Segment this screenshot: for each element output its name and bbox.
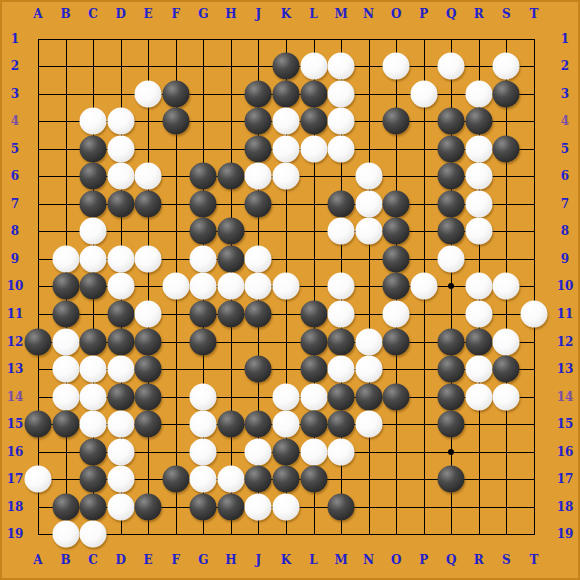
stone-white[interactable] bbox=[135, 245, 162, 272]
stone-white[interactable] bbox=[465, 383, 492, 410]
stone-black[interactable] bbox=[245, 190, 272, 217]
coord-label-top: P bbox=[419, 8, 428, 20]
coord-label-right: 2 bbox=[561, 60, 569, 72]
stone-black[interactable] bbox=[245, 466, 272, 493]
stone-black[interactable] bbox=[245, 80, 272, 107]
stone-black[interactable] bbox=[217, 163, 244, 190]
star-point bbox=[448, 449, 454, 455]
stone-white[interactable] bbox=[272, 163, 299, 190]
stone-black[interactable] bbox=[438, 411, 465, 438]
stone-white[interactable] bbox=[272, 493, 299, 520]
coord-label-left: 3 bbox=[11, 88, 19, 100]
stone-white[interactable] bbox=[80, 245, 107, 272]
coord-label-left: 8 bbox=[11, 225, 19, 237]
stone-white[interactable] bbox=[162, 273, 189, 300]
coord-label-right: 7 bbox=[561, 198, 569, 210]
stone-white[interactable] bbox=[52, 521, 79, 548]
coord-label-left: 12 bbox=[7, 336, 24, 348]
stone-white[interactable] bbox=[328, 356, 355, 383]
stone-black[interactable] bbox=[300, 328, 327, 355]
stone-white[interactable] bbox=[190, 273, 217, 300]
grid-line-horizontal bbox=[38, 534, 535, 535]
coord-label-right: 13 bbox=[557, 363, 574, 375]
coord-label-right: 12 bbox=[557, 336, 574, 348]
stone-white[interactable] bbox=[135, 80, 162, 107]
stone-black[interactable] bbox=[438, 218, 465, 245]
stone-white[interactable] bbox=[245, 438, 272, 465]
coord-label-top: K bbox=[281, 8, 291, 20]
stone-white[interactable] bbox=[328, 53, 355, 80]
stone-black[interactable] bbox=[107, 328, 134, 355]
coord-label-right: 17 bbox=[557, 473, 574, 485]
stone-white[interactable] bbox=[465, 190, 492, 217]
stone-black[interactable] bbox=[272, 438, 299, 465]
stone-white[interactable] bbox=[300, 53, 327, 80]
coord-label-top: C bbox=[88, 8, 98, 20]
coord-label-bottom: H bbox=[225, 554, 236, 566]
stone-white[interactable] bbox=[383, 53, 410, 80]
stone-black[interactable] bbox=[80, 190, 107, 217]
coord-label-top: F bbox=[171, 8, 180, 20]
coord-label-right: 4 bbox=[561, 115, 569, 127]
coord-label-left: 14 bbox=[7, 391, 24, 403]
stone-black[interactable] bbox=[383, 108, 410, 135]
coord-label-top: J bbox=[256, 8, 262, 20]
stone-black[interactable] bbox=[383, 190, 410, 217]
stone-white[interactable] bbox=[135, 301, 162, 328]
stone-black[interactable] bbox=[328, 411, 355, 438]
coord-label-right: 1 bbox=[561, 33, 569, 45]
coord-label-bottom: N bbox=[363, 554, 374, 566]
grid-line-vertical bbox=[369, 39, 370, 536]
stone-white[interactable] bbox=[520, 301, 547, 328]
coord-label-left: 15 bbox=[7, 418, 24, 430]
stone-white[interactable] bbox=[190, 383, 217, 410]
grid-line-vertical bbox=[534, 39, 535, 536]
coord-label-top: G bbox=[198, 8, 208, 20]
coord-label-left: 17 bbox=[7, 473, 24, 485]
stone-white[interactable] bbox=[107, 108, 134, 135]
stone-black[interactable] bbox=[245, 108, 272, 135]
stone-white[interactable] bbox=[107, 245, 134, 272]
stone-black[interactable] bbox=[162, 80, 189, 107]
stone-black[interactable] bbox=[438, 356, 465, 383]
stone-white[interactable] bbox=[107, 493, 134, 520]
stone-black[interactable] bbox=[107, 301, 134, 328]
coord-label-bottom: K bbox=[281, 554, 291, 566]
stone-white[interactable] bbox=[80, 383, 107, 410]
coord-label-top: L bbox=[309, 8, 317, 20]
stone-black[interactable] bbox=[245, 135, 272, 162]
coord-label-top: E bbox=[144, 8, 153, 20]
coord-label-right: 8 bbox=[561, 225, 569, 237]
stone-white[interactable] bbox=[355, 218, 382, 245]
coord-label-left: 4 bbox=[11, 115, 19, 127]
stone-black[interactable] bbox=[383, 218, 410, 245]
coord-label-bottom: L bbox=[309, 554, 317, 566]
stone-black[interactable] bbox=[300, 356, 327, 383]
coord-label-left: 6 bbox=[11, 170, 19, 182]
stone-black[interactable] bbox=[80, 466, 107, 493]
coord-label-bottom: J bbox=[256, 554, 262, 566]
coord-label-top: N bbox=[363, 8, 374, 20]
stone-black[interactable] bbox=[25, 411, 52, 438]
coord-label-bottom: B bbox=[60, 554, 70, 566]
stone-black[interactable] bbox=[438, 383, 465, 410]
coord-label-bottom: T bbox=[529, 554, 538, 566]
stone-white[interactable] bbox=[272, 108, 299, 135]
stone-white[interactable] bbox=[328, 218, 355, 245]
stone-white[interactable] bbox=[493, 328, 520, 355]
coord-label-left: 13 bbox=[7, 363, 24, 375]
stone-black[interactable] bbox=[465, 328, 492, 355]
stone-black[interactable] bbox=[217, 301, 244, 328]
coord-label-top: O bbox=[391, 8, 401, 20]
coord-label-right: 14 bbox=[557, 391, 574, 403]
stone-black[interactable] bbox=[190, 190, 217, 217]
stone-black[interactable] bbox=[52, 493, 79, 520]
stone-white[interactable] bbox=[300, 383, 327, 410]
stone-white[interactable] bbox=[52, 245, 79, 272]
stone-black[interactable] bbox=[272, 80, 299, 107]
stone-white[interactable] bbox=[328, 108, 355, 135]
coord-label-bottom: D bbox=[115, 554, 125, 566]
stone-black[interactable] bbox=[438, 163, 465, 190]
stone-white[interactable] bbox=[355, 411, 382, 438]
coord-label-top: B bbox=[60, 8, 70, 20]
stone-black[interactable] bbox=[493, 356, 520, 383]
coord-label-left: 19 bbox=[7, 528, 24, 540]
coord-label-top: D bbox=[115, 8, 125, 20]
coord-label-bottom: R bbox=[474, 554, 484, 566]
stone-white[interactable] bbox=[80, 218, 107, 245]
stone-white[interactable] bbox=[272, 273, 299, 300]
stone-white[interactable] bbox=[190, 411, 217, 438]
stone-white[interactable] bbox=[465, 218, 492, 245]
stone-black[interactable] bbox=[245, 301, 272, 328]
coord-label-top: S bbox=[502, 8, 511, 20]
stone-black[interactable] bbox=[52, 273, 79, 300]
stone-white[interactable] bbox=[107, 135, 134, 162]
stone-black[interactable] bbox=[383, 245, 410, 272]
coord-label-right: 15 bbox=[557, 418, 574, 430]
stone-white[interactable] bbox=[80, 411, 107, 438]
stone-white[interactable] bbox=[190, 466, 217, 493]
stone-black[interactable] bbox=[438, 466, 465, 493]
stone-white[interactable] bbox=[52, 356, 79, 383]
stone-white[interactable] bbox=[465, 356, 492, 383]
stone-black[interactable] bbox=[80, 135, 107, 162]
coord-label-top: R bbox=[474, 8, 484, 20]
stone-white[interactable] bbox=[328, 135, 355, 162]
stone-black[interactable] bbox=[493, 80, 520, 107]
stone-black[interactable] bbox=[438, 328, 465, 355]
coord-label-right: 19 bbox=[557, 528, 574, 540]
stone-white[interactable] bbox=[245, 273, 272, 300]
coord-label-bottom: A bbox=[33, 554, 42, 566]
stone-black[interactable] bbox=[135, 411, 162, 438]
stone-black[interactable] bbox=[80, 328, 107, 355]
stone-white[interactable] bbox=[272, 135, 299, 162]
stone-white[interactable] bbox=[52, 328, 79, 355]
coord-label-left: 2 bbox=[11, 60, 19, 72]
coord-label-right: 10 bbox=[557, 280, 574, 292]
coord-label-bottom: O bbox=[391, 554, 401, 566]
stone-white[interactable] bbox=[355, 328, 382, 355]
stone-white[interactable] bbox=[328, 438, 355, 465]
coord-label-right: 18 bbox=[557, 501, 574, 513]
stone-black[interactable] bbox=[217, 493, 244, 520]
stone-white[interactable] bbox=[80, 521, 107, 548]
coord-label-top: M bbox=[334, 8, 347, 20]
stone-black[interactable] bbox=[438, 190, 465, 217]
stone-black[interactable] bbox=[162, 466, 189, 493]
stone-black[interactable] bbox=[217, 411, 244, 438]
star-point bbox=[448, 283, 454, 289]
stone-black[interactable] bbox=[190, 493, 217, 520]
stone-black[interactable] bbox=[52, 411, 79, 438]
stone-black[interactable] bbox=[300, 108, 327, 135]
stone-white[interactable] bbox=[465, 273, 492, 300]
stone-white[interactable] bbox=[465, 163, 492, 190]
stone-black[interactable] bbox=[245, 411, 272, 438]
stone-white[interactable] bbox=[107, 273, 134, 300]
stone-white[interactable] bbox=[465, 80, 492, 107]
coord-label-left: 9 bbox=[11, 253, 19, 265]
stone-black[interactable] bbox=[135, 356, 162, 383]
stone-black[interactable] bbox=[135, 383, 162, 410]
stone-white[interactable] bbox=[355, 356, 382, 383]
coord-label-left: 5 bbox=[11, 143, 19, 155]
stone-black[interactable] bbox=[217, 218, 244, 245]
coord-label-bottom: S bbox=[502, 554, 511, 566]
stone-black[interactable] bbox=[300, 301, 327, 328]
coord-label-bottom: F bbox=[171, 554, 180, 566]
stone-white[interactable] bbox=[328, 273, 355, 300]
stone-white[interactable] bbox=[190, 438, 217, 465]
stone-white[interactable] bbox=[465, 135, 492, 162]
coord-label-left: 10 bbox=[7, 280, 24, 292]
stone-white[interactable] bbox=[245, 245, 272, 272]
stone-white[interactable] bbox=[438, 53, 465, 80]
stone-black[interactable] bbox=[217, 245, 244, 272]
stone-black[interactable] bbox=[328, 190, 355, 217]
stone-white[interactable] bbox=[493, 273, 520, 300]
coord-label-left: 7 bbox=[11, 198, 19, 210]
stone-black[interactable] bbox=[190, 163, 217, 190]
stone-black[interactable] bbox=[52, 301, 79, 328]
stone-black[interactable] bbox=[190, 301, 217, 328]
stone-black[interactable] bbox=[107, 383, 134, 410]
stone-black[interactable] bbox=[438, 135, 465, 162]
stone-black[interactable] bbox=[328, 493, 355, 520]
stone-white[interactable] bbox=[217, 273, 244, 300]
coord-label-right: 5 bbox=[561, 143, 569, 155]
stone-white[interactable] bbox=[245, 493, 272, 520]
stone-white[interactable] bbox=[107, 356, 134, 383]
stone-black[interactable] bbox=[383, 273, 410, 300]
coord-label-right: 9 bbox=[561, 253, 569, 265]
stone-black[interactable] bbox=[438, 108, 465, 135]
stone-black[interactable] bbox=[300, 411, 327, 438]
coord-label-bottom: G bbox=[198, 554, 208, 566]
stone-white[interactable] bbox=[190, 245, 217, 272]
coord-label-top: Q bbox=[446, 8, 456, 20]
stone-black[interactable] bbox=[135, 328, 162, 355]
stone-white[interactable] bbox=[383, 301, 410, 328]
stone-black[interactable] bbox=[190, 328, 217, 355]
stone-white[interactable] bbox=[245, 163, 272, 190]
coord-label-left: 11 bbox=[7, 308, 24, 320]
stone-black[interactable] bbox=[355, 383, 382, 410]
stone-black[interactable] bbox=[465, 108, 492, 135]
stone-white[interactable] bbox=[300, 438, 327, 465]
coord-label-top: H bbox=[225, 8, 236, 20]
coord-label-right: 11 bbox=[557, 308, 574, 320]
stone-white[interactable] bbox=[410, 273, 437, 300]
stone-white[interactable] bbox=[272, 411, 299, 438]
stone-white[interactable] bbox=[25, 466, 52, 493]
stone-black[interactable] bbox=[383, 328, 410, 355]
stone-white[interactable] bbox=[300, 135, 327, 162]
coord-label-left: 16 bbox=[7, 446, 24, 458]
coord-label-left: 1 bbox=[11, 33, 19, 45]
stone-black[interactable] bbox=[300, 466, 327, 493]
coord-label-top: A bbox=[33, 8, 42, 20]
stone-white[interactable] bbox=[355, 163, 382, 190]
stone-white[interactable] bbox=[107, 466, 134, 493]
stone-white[interactable] bbox=[410, 80, 437, 107]
stone-white[interactable] bbox=[107, 411, 134, 438]
stone-white[interactable] bbox=[217, 466, 244, 493]
stone-black[interactable] bbox=[493, 135, 520, 162]
stone-black[interactable] bbox=[328, 328, 355, 355]
stone-black[interactable] bbox=[135, 493, 162, 520]
stone-black[interactable] bbox=[272, 53, 299, 80]
stone-black[interactable] bbox=[107, 190, 134, 217]
stone-white[interactable] bbox=[465, 301, 492, 328]
stone-black[interactable] bbox=[80, 438, 107, 465]
stone-white[interactable] bbox=[328, 301, 355, 328]
stone-white[interactable] bbox=[107, 438, 134, 465]
coord-label-bottom: E bbox=[144, 554, 153, 566]
coord-label-bottom: M bbox=[334, 554, 347, 566]
stone-black[interactable] bbox=[328, 383, 355, 410]
stone-white[interactable] bbox=[80, 356, 107, 383]
stone-black[interactable] bbox=[80, 163, 107, 190]
stone-white[interactable] bbox=[355, 190, 382, 217]
coord-label-left: 18 bbox=[7, 501, 24, 513]
stone-white[interactable] bbox=[493, 383, 520, 410]
stone-black[interactable] bbox=[190, 218, 217, 245]
stone-white[interactable] bbox=[135, 163, 162, 190]
stone-black[interactable] bbox=[25, 328, 52, 355]
coord-label-top: T bbox=[529, 8, 538, 20]
stone-white[interactable] bbox=[52, 383, 79, 410]
stone-white[interactable] bbox=[328, 80, 355, 107]
stone-black[interactable] bbox=[162, 108, 189, 135]
stone-black[interactable] bbox=[383, 383, 410, 410]
coord-label-bottom: Q bbox=[446, 554, 456, 566]
stone-white[interactable] bbox=[438, 245, 465, 272]
coord-label-bottom: P bbox=[419, 554, 428, 566]
stone-white[interactable] bbox=[80, 108, 107, 135]
coord-label-right: 16 bbox=[557, 446, 574, 458]
stone-black[interactable] bbox=[300, 80, 327, 107]
stone-white[interactable] bbox=[107, 163, 134, 190]
stone-white[interactable] bbox=[272, 383, 299, 410]
stone-black[interactable] bbox=[245, 356, 272, 383]
coord-label-right: 3 bbox=[561, 88, 569, 100]
stone-black[interactable] bbox=[80, 273, 107, 300]
stone-black[interactable] bbox=[272, 466, 299, 493]
stone-black[interactable] bbox=[135, 190, 162, 217]
stone-white[interactable] bbox=[493, 53, 520, 80]
coord-label-right: 6 bbox=[561, 170, 569, 182]
coord-label-bottom: C bbox=[88, 554, 98, 566]
stone-black[interactable] bbox=[80, 493, 107, 520]
go-board[interactable]: AABBCCDDEEFFGGHHJJKKLLMMNNOOPPQQRRSSTT11… bbox=[0, 0, 580, 580]
